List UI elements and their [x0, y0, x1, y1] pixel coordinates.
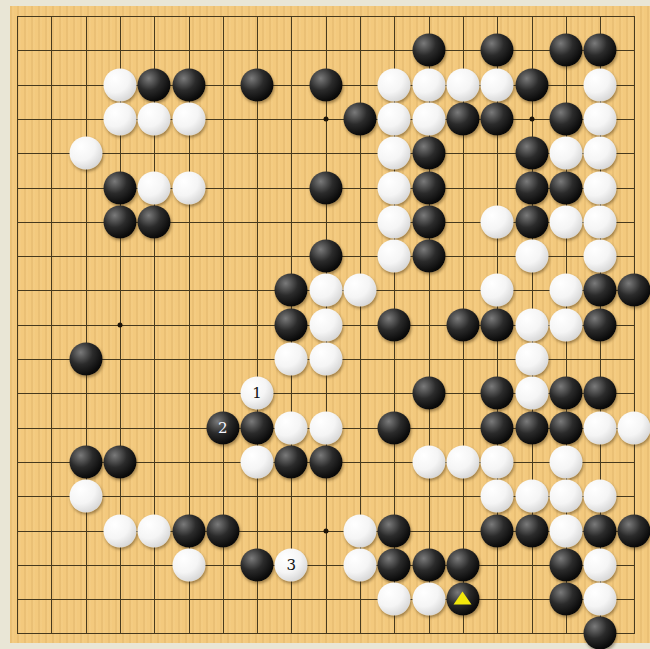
white-stone [549, 137, 582, 170]
white-stone [446, 445, 479, 478]
move-number-label: 2 [218, 420, 228, 435]
black-stone [412, 205, 445, 238]
white-stone [481, 480, 514, 513]
white-stone [549, 445, 582, 478]
black-stone [241, 68, 274, 101]
white-stone [344, 548, 377, 581]
white-stone [309, 308, 342, 341]
black-stone [138, 68, 171, 101]
black-stone [481, 377, 514, 410]
black-stone [515, 205, 548, 238]
black-stone [69, 343, 102, 376]
black-stone [481, 514, 514, 547]
white-stone [584, 240, 617, 273]
black-stone [515, 68, 548, 101]
black-stone [515, 514, 548, 547]
black-stone [412, 171, 445, 204]
black-stone [241, 411, 274, 444]
white-stone [103, 514, 136, 547]
go-game-screenshot: 123 [0, 0, 650, 649]
white-stone [378, 137, 411, 170]
white-stone [378, 240, 411, 273]
white-stone [549, 514, 582, 547]
black-stone [344, 102, 377, 135]
triangle-last-move-marker [454, 592, 472, 605]
black-stone [618, 274, 650, 307]
move-number-label: 3 [287, 557, 297, 572]
black-stone [412, 377, 445, 410]
white-stone [378, 583, 411, 616]
black-stone: 2 [206, 411, 239, 444]
black-stone [103, 171, 136, 204]
black-stone [378, 548, 411, 581]
white-stone [69, 137, 102, 170]
white-stone [584, 411, 617, 444]
white-stone [103, 68, 136, 101]
white-stone [446, 68, 479, 101]
star-point [529, 116, 534, 121]
white-stone [138, 514, 171, 547]
white-stone [618, 411, 650, 444]
star-point [323, 528, 328, 533]
black-stone [584, 514, 617, 547]
go-board[interactable]: 123 [10, 6, 650, 643]
star-point [323, 116, 328, 121]
white-stone [344, 274, 377, 307]
white-stone [549, 274, 582, 307]
grid-line-horizontal [17, 633, 635, 634]
white-stone [172, 548, 205, 581]
white-stone [378, 205, 411, 238]
black-stone [446, 102, 479, 135]
black-stone [309, 240, 342, 273]
black-stone [584, 34, 617, 67]
black-stone [138, 205, 171, 238]
white-stone [515, 343, 548, 376]
white-stone [378, 68, 411, 101]
white-stone [515, 308, 548, 341]
white-stone [584, 68, 617, 101]
black-stone [206, 514, 239, 547]
black-stone [275, 274, 308, 307]
black-stone [275, 308, 308, 341]
black-stone [103, 445, 136, 478]
black-stone [412, 137, 445, 170]
grid-line-horizontal [17, 599, 635, 600]
black-stone [549, 583, 582, 616]
white-stone [172, 171, 205, 204]
white-stone [412, 68, 445, 101]
white-stone [584, 205, 617, 238]
white-stone [241, 445, 274, 478]
black-stone [412, 548, 445, 581]
black-stone [378, 308, 411, 341]
black-stone [549, 171, 582, 204]
black-stone [584, 274, 617, 307]
black-stone [549, 548, 582, 581]
black-stone [549, 34, 582, 67]
black-stone [515, 137, 548, 170]
black-stone [378, 514, 411, 547]
white-stone [584, 171, 617, 204]
white-stone [584, 548, 617, 581]
black-stone [584, 617, 617, 649]
black-stone [481, 308, 514, 341]
black-stone [549, 411, 582, 444]
white-stone [103, 102, 136, 135]
white-stone [412, 445, 445, 478]
black-stone [481, 102, 514, 135]
white-stone [481, 68, 514, 101]
move-number-label: 1 [252, 386, 262, 401]
black-stone [549, 377, 582, 410]
white-stone [549, 480, 582, 513]
black-stone [446, 548, 479, 581]
black-stone [69, 445, 102, 478]
black-stone [412, 240, 445, 273]
black-stone [275, 445, 308, 478]
white-stone [481, 445, 514, 478]
white-stone [481, 205, 514, 238]
white-stone [309, 274, 342, 307]
black-stone [309, 68, 342, 101]
black-stone [103, 205, 136, 238]
white-stone [584, 480, 617, 513]
white-stone [344, 514, 377, 547]
white-stone [275, 343, 308, 376]
black-stone [446, 583, 479, 616]
white-stone [515, 377, 548, 410]
black-stone [481, 34, 514, 67]
white-stone [378, 171, 411, 204]
white-stone [481, 274, 514, 307]
star-point [117, 322, 122, 327]
white-stone [549, 205, 582, 238]
white-stone [412, 102, 445, 135]
white-stone [138, 102, 171, 135]
white-stone [378, 102, 411, 135]
black-stone [309, 445, 342, 478]
black-stone [412, 34, 445, 67]
black-stone [241, 548, 274, 581]
black-stone [378, 411, 411, 444]
white-stone [275, 411, 308, 444]
black-stone [584, 308, 617, 341]
black-stone [309, 171, 342, 204]
white-stone [584, 583, 617, 616]
black-stone [549, 102, 582, 135]
white-stone [549, 308, 582, 341]
grid-line-horizontal [17, 565, 635, 566]
white-stone [412, 583, 445, 616]
black-stone [172, 514, 205, 547]
black-stone [515, 171, 548, 204]
white-stone [584, 102, 617, 135]
white-stone: 3 [275, 548, 308, 581]
white-stone [138, 171, 171, 204]
black-stone [446, 308, 479, 341]
black-stone [172, 68, 205, 101]
black-stone [618, 514, 650, 547]
white-stone [515, 480, 548, 513]
black-stone [584, 377, 617, 410]
white-stone [69, 480, 102, 513]
black-stone [481, 411, 514, 444]
white-stone [515, 240, 548, 273]
black-stone [515, 411, 548, 444]
white-stone [584, 137, 617, 170]
white-stone [309, 411, 342, 444]
white-stone [309, 343, 342, 376]
white-stone [172, 102, 205, 135]
white-stone: 1 [241, 377, 274, 410]
